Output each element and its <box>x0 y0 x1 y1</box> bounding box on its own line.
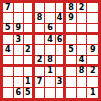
cell-r3c6[interactable] <box>56 24 67 35</box>
cell-r7c3[interactable] <box>24 67 35 77</box>
cell-r5c1[interactable]: 4 <box>3 45 14 55</box>
cell-r1c7[interactable]: 8 <box>66 3 77 13</box>
cell-r5c6[interactable] <box>56 45 67 55</box>
cell-r4c3[interactable] <box>24 35 35 45</box>
cell-r8c7[interactable] <box>66 77 77 87</box>
cell-r1c9[interactable] <box>87 3 98 13</box>
cell-r7c6[interactable] <box>56 67 67 77</box>
cell-r3c2[interactable]: 9 <box>14 24 25 35</box>
cell-r1c4[interactable] <box>35 3 46 13</box>
cell-r6c1[interactable] <box>3 56 14 67</box>
cell-r8c8[interactable] <box>77 77 88 87</box>
cell-r2c6[interactable]: 4 <box>56 13 67 23</box>
cell-r5c3[interactable]: 2 <box>24 45 35 55</box>
cell-r1c2[interactable] <box>14 3 25 13</box>
cell-r7c7[interactable] <box>66 67 77 77</box>
cell-r4c7[interactable] <box>66 35 77 45</box>
cell-r5c9[interactable]: 9 <box>87 45 98 55</box>
cell-r8c3[interactable]: 1 <box>24 77 35 87</box>
cell-r7c4[interactable] <box>35 67 46 77</box>
cell-r7c9[interactable]: 2 <box>87 67 98 77</box>
cell-r2c3[interactable] <box>24 13 35 23</box>
cell-r9c6[interactable] <box>56 88 67 98</box>
cell-r4c5[interactable]: 4 <box>45 35 56 45</box>
cell-r2c8[interactable] <box>77 13 88 23</box>
cell-r6c8[interactable]: 4 <box>77 56 88 67</box>
cell-r6c7[interactable] <box>66 56 77 67</box>
cell-r6c4[interactable]: 2 <box>35 56 46 67</box>
cell-r9c4[interactable] <box>35 88 46 98</box>
cell-r2c4[interactable]: 8 <box>35 13 46 23</box>
cell-r7c8[interactable]: 8 <box>77 67 88 77</box>
cell-r9c9[interactable]: 1 <box>87 88 98 98</box>
cell-r3c3[interactable] <box>24 24 35 35</box>
cell-r9c3[interactable]: 5 <box>24 88 35 98</box>
cell-r4c4[interactable] <box>35 35 46 45</box>
cell-r4c6[interactable]: 6 <box>56 35 67 45</box>
cell-r6c6[interactable] <box>56 56 67 67</box>
cell-r1c6[interactable] <box>56 3 67 13</box>
cell-r9c5[interactable] <box>45 88 56 98</box>
cell-r7c5[interactable]: 1 <box>45 67 56 77</box>
cell-r9c1[interactable] <box>3 88 14 98</box>
cell-r4c9[interactable] <box>87 35 98 45</box>
cell-r8c4[interactable]: 7 <box>35 77 46 87</box>
cell-r4c1[interactable] <box>3 35 14 45</box>
cell-r6c2[interactable] <box>14 56 25 67</box>
cell-r3c8[interactable] <box>77 24 88 35</box>
cell-r3c1[interactable]: 5 <box>3 24 14 35</box>
cell-r4c2[interactable]: 3 <box>14 35 25 45</box>
cell-r5c7[interactable]: 5 <box>66 45 77 55</box>
cell-r1c3[interactable] <box>24 3 35 13</box>
cell-r7c2[interactable] <box>14 67 25 77</box>
cell-r8c2[interactable] <box>14 77 25 87</box>
cell-r1c8[interactable]: 2 <box>77 3 88 13</box>
cell-r6c9[interactable] <box>87 56 98 67</box>
cell-r1c1[interactable]: 7 <box>3 3 14 13</box>
cell-r5c2[interactable] <box>14 45 25 55</box>
cell-r8c1[interactable] <box>3 77 14 87</box>
cell-r8c9[interactable] <box>87 77 98 87</box>
cell-r3c9[interactable] <box>87 24 98 35</box>
cell-r4c8[interactable] <box>77 35 88 45</box>
cell-r2c7[interactable]: 9 <box>66 13 77 23</box>
cell-r2c9[interactable] <box>87 13 98 23</box>
cell-r7c1[interactable] <box>3 67 14 77</box>
cell-r3c7[interactable] <box>66 24 77 35</box>
cell-r9c8[interactable] <box>77 88 88 98</box>
cell-r8c5[interactable] <box>45 77 56 87</box>
cell-r3c4[interactable] <box>35 24 46 35</box>
sudoku-board: 7828495963464259284182173651 <box>0 0 101 101</box>
cell-r3c5[interactable]: 6 <box>45 24 56 35</box>
cell-r9c7[interactable] <box>66 88 77 98</box>
cell-r1c5[interactable] <box>45 3 56 13</box>
cell-r9c2[interactable]: 6 <box>14 88 25 98</box>
cell-r8c6[interactable]: 3 <box>56 77 67 87</box>
cell-r6c5[interactable]: 8 <box>45 56 56 67</box>
cell-r6c3[interactable] <box>24 56 35 67</box>
